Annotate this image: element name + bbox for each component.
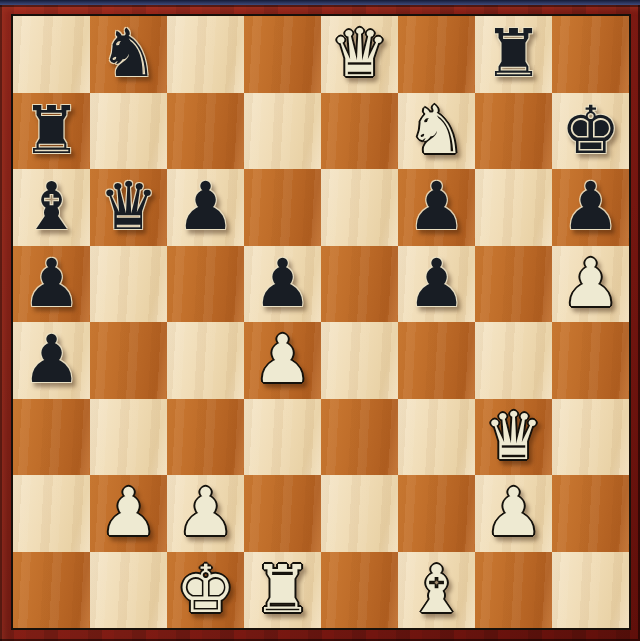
square-h2[interactable] [552,475,629,552]
square-a4[interactable]: ♟ [13,322,90,399]
piece-white-queen-e8[interactable]: ♛ [321,16,398,93]
piece-white-rook-d1[interactable]: ♜ [244,552,321,629]
square-f2[interactable] [398,475,475,552]
piece-white-knight-f7[interactable]: ♞ [398,93,475,170]
square-f8[interactable] [398,16,475,93]
piece-black-pawn-c6[interactable]: ♟ [167,169,244,246]
piece-black-knight-b8[interactable]: ♞ [90,16,167,93]
piece-white-pawn-d4[interactable]: ♟ [244,322,321,399]
piece-black-pawn-d5[interactable]: ♟ [244,246,321,323]
square-h6[interactable]: ♟ [552,169,629,246]
square-c6[interactable]: ♟ [167,169,244,246]
square-g7[interactable] [475,93,552,170]
piece-white-queen-g3[interactable]: ♛ [475,399,552,476]
piece-black-pawn-a5[interactable]: ♟ [13,246,90,323]
square-d6[interactable] [244,169,321,246]
piece-black-queen-b6[interactable]: ♛ [90,169,167,246]
piece-white-pawn-g2[interactable]: ♟ [475,475,552,552]
square-c8[interactable] [167,16,244,93]
square-g1[interactable] [475,552,552,629]
square-d2[interactable] [244,475,321,552]
piece-black-rook-a7[interactable]: ♜ [13,93,90,170]
square-g8[interactable]: ♜ [475,16,552,93]
piece-black-bishop-a6[interactable]: ♝ [13,169,90,246]
piece-white-pawn-c2[interactable]: ♟ [167,475,244,552]
square-g2[interactable]: ♟ [475,475,552,552]
square-h3[interactable] [552,399,629,476]
square-g5[interactable] [475,246,552,323]
square-a2[interactable] [13,475,90,552]
square-b8[interactable]: ♞ [90,16,167,93]
square-c2[interactable]: ♟ [167,475,244,552]
square-b4[interactable] [90,322,167,399]
piece-black-rook-g8[interactable]: ♜ [475,16,552,93]
square-a5[interactable]: ♟ [13,246,90,323]
square-e6[interactable] [321,169,398,246]
square-h1[interactable] [552,552,629,629]
square-c1[interactable]: ♚ [167,552,244,629]
square-a6[interactable]: ♝ [13,169,90,246]
square-d5[interactable]: ♟ [244,246,321,323]
square-g4[interactable] [475,322,552,399]
square-a3[interactable] [13,399,90,476]
square-f3[interactable] [398,399,475,476]
square-a7[interactable]: ♜ [13,93,90,170]
square-c7[interactable] [167,93,244,170]
chess-board: ♞♛♜♜♞♚♝♛♟♟♟♟♟♟♟♟♟♛♟♟♟♚♜♝ [11,14,631,630]
square-d7[interactable] [244,93,321,170]
square-g6[interactable] [475,169,552,246]
square-f1[interactable]: ♝ [398,552,475,629]
square-d3[interactable] [244,399,321,476]
square-h8[interactable] [552,16,629,93]
piece-black-pawn-f6[interactable]: ♟ [398,169,475,246]
square-d8[interactable] [244,16,321,93]
piece-black-king-h7[interactable]: ♚ [552,93,629,170]
square-a1[interactable] [13,552,90,629]
square-e1[interactable] [321,552,398,629]
square-h4[interactable] [552,322,629,399]
piece-white-bishop-f1[interactable]: ♝ [398,552,475,629]
square-e7[interactable] [321,93,398,170]
square-a8[interactable] [13,16,90,93]
square-e2[interactable] [321,475,398,552]
square-b7[interactable] [90,93,167,170]
piece-white-pawn-b2[interactable]: ♟ [90,475,167,552]
piece-white-king-c1[interactable]: ♚ [167,552,244,629]
square-b6[interactable]: ♛ [90,169,167,246]
square-f5[interactable]: ♟ [398,246,475,323]
square-e3[interactable] [321,399,398,476]
square-f4[interactable] [398,322,475,399]
piece-black-pawn-h6[interactable]: ♟ [552,169,629,246]
square-h5[interactable]: ♟ [552,246,629,323]
square-e8[interactable]: ♛ [321,16,398,93]
square-d4[interactable]: ♟ [244,322,321,399]
square-b3[interactable] [90,399,167,476]
square-e4[interactable] [321,322,398,399]
square-f6[interactable]: ♟ [398,169,475,246]
square-e5[interactable] [321,246,398,323]
square-h7[interactable]: ♚ [552,93,629,170]
square-c5[interactable] [167,246,244,323]
piece-black-pawn-a4[interactable]: ♟ [13,322,90,399]
piece-white-pawn-h5[interactable]: ♟ [552,246,629,323]
square-b5[interactable] [90,246,167,323]
square-f7[interactable]: ♞ [398,93,475,170]
square-c4[interactable] [167,322,244,399]
square-g3[interactable]: ♛ [475,399,552,476]
square-d1[interactable]: ♜ [244,552,321,629]
chess-board-screenshot: ♞♛♜♜♞♚♝♛♟♟♟♟♟♟♟♟♟♛♟♟♟♚♜♝ [0,0,640,641]
square-c3[interactable] [167,399,244,476]
piece-black-pawn-f5[interactable]: ♟ [398,246,475,323]
square-b2[interactable]: ♟ [90,475,167,552]
square-b1[interactable] [90,552,167,629]
